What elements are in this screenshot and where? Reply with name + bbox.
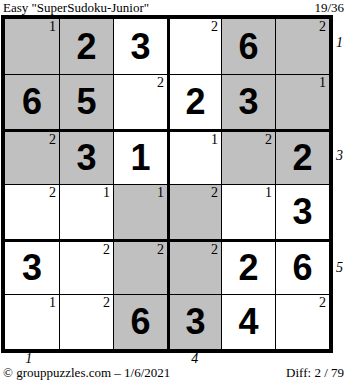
given-digit: 3	[114, 19, 167, 74]
row-label-3: 3	[336, 128, 347, 184]
cell-r3c1[interactable]: 2	[5, 129, 59, 184]
given-digit: 6	[5, 75, 59, 129]
given-digit: 4	[222, 295, 275, 349]
cell-r1c2: 2	[59, 19, 113, 74]
given-digit: 5	[60, 75, 113, 129]
cell-r2c4: 2	[167, 74, 221, 129]
pencil-mark: 2	[319, 295, 326, 310]
cell-r4c2[interactable]: 1	[59, 184, 113, 239]
cell-r1c4[interactable]: 2	[167, 19, 221, 74]
given-digit: 2	[222, 242, 275, 294]
cell-r6c6[interactable]: 2	[275, 294, 329, 349]
pencil-mark: 1	[49, 295, 56, 310]
given-digit: 3	[170, 295, 221, 349]
cell-r2c1: 6	[5, 74, 59, 129]
given-digit: 6	[114, 295, 167, 349]
pencil-mark: 1	[211, 132, 218, 147]
column-labels: 14	[1, 352, 333, 366]
cell-r1c6[interactable]: 2	[275, 19, 329, 74]
given-digit: 3	[5, 242, 59, 294]
pencil-mark: 2	[265, 132, 272, 147]
progress-counter: 19/36	[314, 0, 344, 15]
cell-r3c6: 2	[275, 129, 329, 184]
cell-r2c6[interactable]: 1	[275, 74, 329, 129]
header: Easy "SuperSudoku-Junior" 19/36	[3, 0, 344, 15]
copyright-text: © grouppuzzles.com – 1/6/2021	[3, 365, 170, 380]
cell-r1c1[interactable]: 1	[5, 19, 59, 74]
column-label-4: 4	[167, 352, 222, 366]
difficulty-text: Diff: 2 / 79	[286, 365, 344, 380]
cell-r3c5[interactable]: 2	[221, 129, 275, 184]
cell-r1c3: 3	[113, 19, 167, 74]
cell-r4c1[interactable]: 2	[5, 184, 59, 239]
cell-r2c3[interactable]: 2	[113, 74, 167, 129]
pencil-mark: 1	[157, 185, 164, 200]
given-digit: 6	[276, 242, 329, 294]
cell-r4c6: 3	[275, 184, 329, 239]
column-label-empty	[278, 352, 333, 366]
column-label-empty	[112, 352, 167, 366]
pencil-mark: 2	[211, 19, 218, 34]
cell-r4c4[interactable]: 2	[167, 184, 221, 239]
sudoku-grid: 123262652231231122211213322226126342	[1, 15, 333, 353]
given-digit: 3	[276, 185, 329, 239]
row-label-empty	[336, 297, 347, 353]
pencil-mark: 2	[103, 242, 110, 257]
given-digit: 2	[276, 132, 329, 184]
given-digit: 1	[114, 132, 167, 184]
cell-r5c6: 6	[275, 239, 329, 294]
cell-r2c5: 3	[221, 74, 275, 129]
pencil-mark: 2	[211, 242, 218, 257]
pencil-mark: 2	[211, 185, 218, 200]
cell-r5c5: 2	[221, 239, 275, 294]
given-digit: 2	[170, 75, 221, 129]
cell-r5c1: 3	[5, 239, 59, 294]
cell-r6c4: 3	[167, 294, 221, 349]
column-label-1: 1	[1, 352, 56, 366]
pencil-mark: 1	[103, 185, 110, 200]
row-label-5: 5	[336, 240, 347, 296]
cell-r6c3: 6	[113, 294, 167, 349]
cell-r5c4[interactable]: 2	[167, 239, 221, 294]
pencil-mark: 1	[319, 75, 326, 90]
cell-r6c2[interactable]: 2	[59, 294, 113, 349]
given-digit: 2	[60, 19, 113, 74]
pencil-mark: 2	[49, 185, 56, 200]
pencil-mark: 2	[319, 19, 326, 34]
footer: © grouppuzzles.com – 1/6/2021 Diff: 2 / …	[3, 365, 344, 381]
cell-r3c2: 3	[59, 129, 113, 184]
pencil-mark: 2	[157, 242, 164, 257]
pencil-mark: 2	[103, 295, 110, 310]
pencil-mark: 2	[49, 132, 56, 147]
pencil-mark: 1	[265, 185, 272, 200]
pencil-mark: 2	[157, 75, 164, 90]
column-label-empty	[56, 352, 111, 366]
cell-r3c3: 1	[113, 129, 167, 184]
given-digit: 3	[222, 75, 275, 129]
cell-r5c2[interactable]: 2	[59, 239, 113, 294]
cell-r5c3[interactable]: 2	[113, 239, 167, 294]
puzzle-title: Easy "SuperSudoku-Junior"	[3, 0, 149, 15]
column-label-empty	[222, 352, 277, 366]
row-label-1: 1	[336, 15, 347, 71]
cell-r1c5: 6	[221, 19, 275, 74]
given-digit: 3	[60, 132, 113, 184]
cell-r6c1[interactable]: 1	[5, 294, 59, 349]
cell-r3c4[interactable]: 1	[167, 129, 221, 184]
cell-r6c5: 4	[221, 294, 275, 349]
cell-r4c3[interactable]: 1	[113, 184, 167, 239]
cell-r4c5[interactable]: 1	[221, 184, 275, 239]
given-digit: 6	[222, 19, 275, 74]
pencil-mark: 1	[49, 19, 56, 34]
cell-r2c2: 5	[59, 74, 113, 129]
row-label-empty	[336, 184, 347, 240]
row-label-empty	[336, 71, 347, 127]
row-labels: 135	[336, 15, 347, 353]
